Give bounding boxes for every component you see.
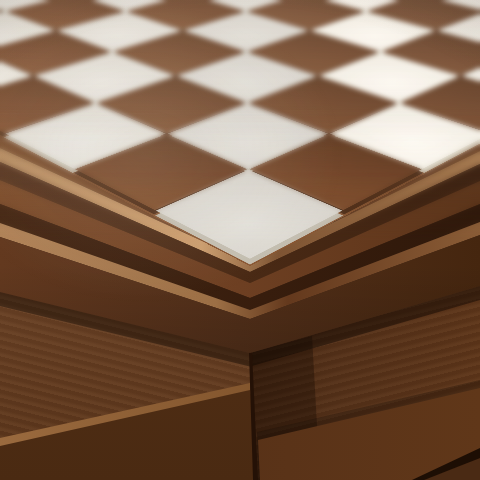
- board-square: [0, 31, 112, 76]
- board-square: [189, 0, 302, 11]
- board-square: [381, 31, 480, 76]
- board-square: [303, 0, 416, 11]
- board-square: [177, 52, 317, 102]
- chessboard-corner-photo: [0, 0, 480, 480]
- board-square: [247, 0, 365, 30]
- board-square: [367, 0, 480, 30]
- board-square: [34, 52, 174, 102]
- board-square: [6, 0, 124, 30]
- board-square: [310, 11, 435, 51]
- board-square: [437, 11, 480, 51]
- board-square: [75, 0, 188, 11]
- board-square: [0, 52, 32, 102]
- board-square: [417, 0, 480, 11]
- board-square: [0, 0, 5, 30]
- board-square: [113, 31, 245, 76]
- board-square: [184, 11, 309, 51]
- board-square: [0, 11, 55, 51]
- board-square: [247, 31, 379, 76]
- board-square: [319, 52, 459, 102]
- board-square: [57, 11, 182, 51]
- board-square: [400, 76, 480, 133]
- board-square: [168, 103, 328, 169]
- board-square: [0, 0, 73, 11]
- board-square: [248, 76, 398, 133]
- board-square: [97, 76, 247, 133]
- board-square: [0, 76, 95, 133]
- board-square: [461, 52, 480, 102]
- board-square: [127, 0, 245, 30]
- rim-valley-shade: [0, 0, 480, 480]
